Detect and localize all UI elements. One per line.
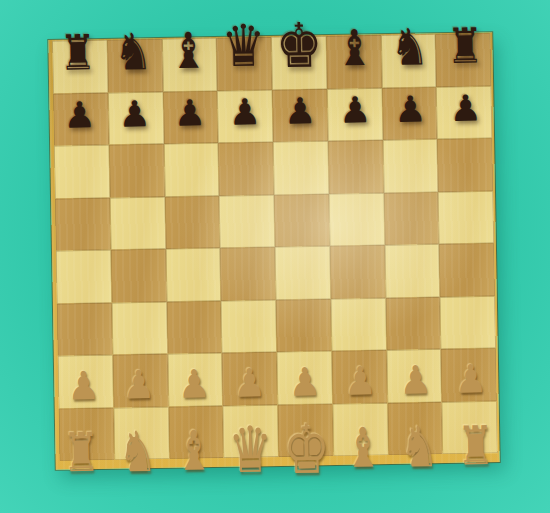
- white-rook-a1[interactable]: ♜: [62, 426, 100, 480]
- square-d6[interactable]: [218, 142, 274, 195]
- white-rook-h1[interactable]: ♜: [457, 419, 495, 473]
- square-e4[interactable]: [275, 246, 331, 299]
- white-pawn-f2[interactable]: ♟: [344, 362, 377, 401]
- square-c3[interactable]: [166, 300, 222, 353]
- square-b3[interactable]: [112, 301, 168, 354]
- square-h3[interactable]: [440, 296, 496, 349]
- square-f4[interactable]: [330, 245, 386, 298]
- square-f3[interactable]: [331, 298, 387, 351]
- chessboard: ♜♞♝♛♚♝♞♜♟♟♟♟♟♟♟♟♟♟♟♟♟♟♟♟♜♞♝♛♚♝♞♜: [48, 32, 499, 470]
- square-h5[interactable]: [438, 191, 494, 244]
- square-b6[interactable]: [109, 144, 165, 197]
- black-pawn-h7[interactable]: ♟: [449, 90, 482, 127]
- square-g5[interactable]: [383, 192, 439, 245]
- white-king-e1[interactable]: ♚: [283, 415, 331, 483]
- black-pawn-g7[interactable]: ♟: [394, 91, 427, 128]
- square-g6[interactable]: [383, 139, 439, 192]
- square-g4[interactable]: [384, 244, 440, 297]
- black-bishop-c8[interactable]: ♝: [169, 27, 208, 77]
- square-c5[interactable]: [165, 195, 221, 248]
- black-rook-h8[interactable]: ♜: [446, 22, 484, 71]
- black-pawn-b7[interactable]: ♟: [118, 96, 151, 133]
- square-b5[interactable]: [110, 196, 166, 249]
- white-pawn-g2[interactable]: ♟: [399, 361, 432, 400]
- square-g3[interactable]: [385, 297, 441, 350]
- square-d3[interactable]: [221, 299, 277, 352]
- square-b4[interactable]: [111, 249, 167, 302]
- white-pawn-b2[interactable]: ♟: [122, 366, 155, 405]
- square-e3[interactable]: [276, 299, 332, 352]
- square-c4[interactable]: [165, 248, 221, 301]
- black-knight-g8[interactable]: ♞: [390, 22, 429, 73]
- black-pawn-a7[interactable]: ♟: [63, 97, 96, 134]
- square-f6[interactable]: [328, 140, 384, 193]
- square-a5[interactable]: [55, 197, 111, 250]
- square-a4[interactable]: [56, 250, 112, 303]
- square-d5[interactable]: [219, 194, 275, 247]
- square-e5[interactable]: [274, 194, 330, 247]
- white-pawn-d2[interactable]: ♟: [233, 364, 266, 403]
- square-c6[interactable]: [164, 143, 220, 196]
- square-d4[interactable]: [220, 247, 276, 300]
- square-h4[interactable]: [439, 243, 495, 296]
- square-h6[interactable]: [437, 138, 493, 191]
- square-f5[interactable]: [329, 193, 385, 246]
- black-pawn-d7[interactable]: ♟: [229, 94, 262, 131]
- black-rook-a8[interactable]: ♜: [59, 29, 97, 78]
- black-queen-d8[interactable]: ♛: [221, 17, 266, 76]
- white-pawn-h2[interactable]: ♟: [455, 360, 488, 399]
- white-bishop-f1[interactable]: ♝: [344, 421, 383, 476]
- square-a3[interactable]: [57, 302, 113, 355]
- square-e6[interactable]: [273, 141, 329, 194]
- square-a6[interactable]: [54, 145, 110, 198]
- black-bishop-f8[interactable]: ♝: [335, 24, 374, 74]
- black-pawn-e7[interactable]: ♟: [284, 93, 317, 130]
- photo-background: ♜♞♝♛♚♝♞♜♟♟♟♟♟♟♟♟♟♟♟♟♟♟♟♟♜♞♝♛♚♝♞♜: [0, 0, 550, 513]
- black-king-e8[interactable]: ♚: [275, 15, 323, 77]
- white-bishop-c1[interactable]: ♝: [175, 424, 214, 479]
- white-knight-b1[interactable]: ♞: [118, 424, 158, 481]
- white-knight-g1[interactable]: ♞: [400, 419, 440, 476]
- black-pawn-c7[interactable]: ♟: [173, 95, 206, 132]
- black-pawn-f7[interactable]: ♟: [339, 92, 372, 129]
- white-pawn-c2[interactable]: ♟: [178, 365, 211, 404]
- black-knight-b8[interactable]: ♞: [113, 27, 152, 78]
- white-pawn-e2[interactable]: ♟: [288, 363, 321, 402]
- white-queen-d1[interactable]: ♛: [228, 418, 273, 482]
- white-pawn-a2[interactable]: ♟: [67, 367, 100, 406]
